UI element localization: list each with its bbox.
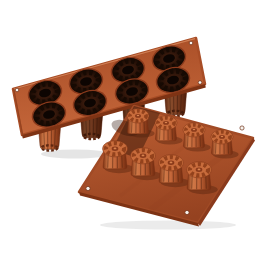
corner-hole: [185, 210, 189, 214]
corner-hole: [86, 186, 90, 190]
corner-hole: [240, 126, 244, 130]
molds-illustration: [0, 0, 260, 260]
shadow: [100, 221, 236, 230]
corner-hole: [198, 81, 202, 85]
corner-hole: [189, 41, 193, 45]
product-photo: [0, 0, 260, 260]
corner-hole: [15, 88, 19, 92]
